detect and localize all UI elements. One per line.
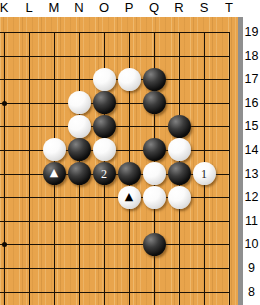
row-label-12: 12	[243, 189, 260, 205]
column-label-S: S	[192, 0, 216, 15]
white-stone-N15[interactable]	[68, 115, 91, 138]
move-number-label: 1	[201, 167, 207, 179]
black-stone-P13[interactable]	[118, 162, 141, 185]
column-label-K: K	[0, 0, 16, 15]
white-stone-R12[interactable]	[168, 186, 191, 209]
black-stone-Q16[interactable]	[143, 91, 166, 114]
row-label-13: 13	[243, 166, 260, 182]
black-stone-Q10[interactable]	[143, 233, 166, 256]
black-stone-R13[interactable]	[168, 162, 191, 185]
white-stone-O17[interactable]	[93, 68, 116, 91]
triangle-mark-icon: ▲	[125, 191, 133, 202]
black-stone-O13[interactable]: 2	[93, 162, 116, 185]
white-stone-Q12[interactable]	[143, 186, 166, 209]
black-stone-Q14[interactable]	[143, 138, 166, 161]
row-label-11: 11	[243, 213, 260, 229]
white-stone-R14[interactable]	[168, 138, 191, 161]
black-stone-N14[interactable]	[68, 138, 91, 161]
column-label-T: T	[217, 0, 241, 15]
white-stone-Q13[interactable]	[143, 162, 166, 185]
black-stone-R15[interactable]	[168, 115, 191, 138]
white-stone-M14[interactable]	[43, 138, 66, 161]
move-number-label: 2	[101, 167, 107, 179]
column-label-Q: Q	[142, 0, 166, 15]
black-stone-N13[interactable]	[68, 162, 91, 185]
go-diagram: ▲21▲ KLMNOPQRST1918171615141312111098	[0, 0, 260, 305]
column-label-N: N	[67, 0, 91, 15]
black-stone-M13[interactable]: ▲	[43, 162, 66, 185]
black-stone-O16[interactable]	[93, 91, 116, 114]
black-stone-Q17[interactable]	[143, 68, 166, 91]
row-label-15: 15	[243, 118, 260, 134]
black-stone-O15[interactable]	[93, 115, 116, 138]
white-stone-S13[interactable]: 1	[193, 162, 216, 185]
white-stone-P12[interactable]: ▲	[118, 186, 141, 209]
column-label-M: M	[42, 0, 66, 15]
row-label-17: 17	[243, 71, 260, 87]
triangle-mark-icon: ▲	[50, 167, 58, 178]
row-label-19: 19	[243, 24, 260, 40]
white-stone-O14[interactable]	[93, 138, 116, 161]
column-label-L: L	[17, 0, 41, 15]
white-stone-P17[interactable]	[118, 68, 141, 91]
row-label-8: 8	[243, 284, 260, 300]
row-label-14: 14	[243, 142, 260, 158]
column-label-O: O	[92, 0, 116, 15]
column-label-R: R	[167, 0, 191, 15]
column-label-P: P	[117, 0, 141, 15]
go-board[interactable]: ▲21▲	[0, 20, 242, 303]
white-stone-N16[interactable]	[68, 91, 91, 114]
row-label-18: 18	[243, 48, 260, 64]
row-label-9: 9	[243, 260, 260, 276]
row-label-16: 16	[243, 95, 260, 111]
row-label-10: 10	[243, 236, 260, 252]
